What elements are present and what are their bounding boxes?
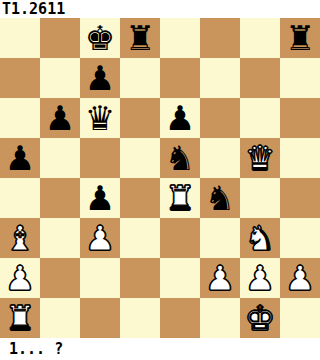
white-pawn: ♟ <box>205 258 235 298</box>
square-b1[interactable] <box>40 298 80 338</box>
black-pawn: ♟ <box>85 58 115 98</box>
square-g1[interactable]: ♚ <box>240 298 280 338</box>
square-g8[interactable] <box>240 18 280 58</box>
square-c1[interactable] <box>80 298 120 338</box>
square-g7[interactable] <box>240 58 280 98</box>
square-h1[interactable] <box>280 298 320 338</box>
black-knight: ♞ <box>165 138 195 178</box>
white-pawn: ♟ <box>5 258 35 298</box>
square-g2[interactable]: ♟ <box>240 258 280 298</box>
chess-puzzle-window: T1.2611 ♚♜♜♟♟♛♟♟♞♛♟♜♞♝♟♞♟♟♟♟♜♚ 1... ? <box>0 0 320 360</box>
square-h5[interactable] <box>280 138 320 178</box>
square-e1[interactable] <box>160 298 200 338</box>
square-a6[interactable] <box>0 98 40 138</box>
square-f2[interactable]: ♟ <box>200 258 240 298</box>
square-b2[interactable] <box>40 258 80 298</box>
square-a2[interactable]: ♟ <box>0 258 40 298</box>
square-b6[interactable]: ♟ <box>40 98 80 138</box>
square-a1[interactable]: ♜ <box>0 298 40 338</box>
square-h2[interactable]: ♟ <box>280 258 320 298</box>
white-king: ♚ <box>245 298 275 338</box>
square-g5[interactable]: ♛ <box>240 138 280 178</box>
black-rook: ♜ <box>125 18 155 58</box>
black-pawn: ♟ <box>45 98 75 138</box>
square-h3[interactable] <box>280 218 320 258</box>
white-rook: ♜ <box>165 178 195 218</box>
square-b8[interactable] <box>40 18 80 58</box>
white-queen: ♛ <box>245 138 275 178</box>
square-f7[interactable] <box>200 58 240 98</box>
square-f5[interactable] <box>200 138 240 178</box>
square-f8[interactable] <box>200 18 240 58</box>
square-h6[interactable] <box>280 98 320 138</box>
square-e7[interactable] <box>160 58 200 98</box>
square-e6[interactable]: ♟ <box>160 98 200 138</box>
square-g6[interactable] <box>240 98 280 138</box>
square-d6[interactable] <box>120 98 160 138</box>
white-pawn: ♟ <box>245 258 275 298</box>
black-pawn: ♟ <box>165 98 195 138</box>
square-d1[interactable] <box>120 298 160 338</box>
square-b3[interactable] <box>40 218 80 258</box>
square-e4[interactable]: ♜ <box>160 178 200 218</box>
white-pawn: ♟ <box>285 258 315 298</box>
square-d2[interactable] <box>120 258 160 298</box>
square-a5[interactable]: ♟ <box>0 138 40 178</box>
square-d7[interactable] <box>120 58 160 98</box>
square-e3[interactable] <box>160 218 200 258</box>
square-b4[interactable] <box>40 178 80 218</box>
square-f1[interactable] <box>200 298 240 338</box>
white-rook: ♜ <box>5 298 35 338</box>
square-f6[interactable] <box>200 98 240 138</box>
puzzle-title: T1.2611 <box>0 0 320 18</box>
square-a4[interactable] <box>0 178 40 218</box>
square-g4[interactable] <box>240 178 280 218</box>
square-c8[interactable]: ♚ <box>80 18 120 58</box>
square-h7[interactable] <box>280 58 320 98</box>
move-prompt: 1... ? <box>0 338 320 360</box>
square-c6[interactable]: ♛ <box>80 98 120 138</box>
black-pawn: ♟ <box>85 178 115 218</box>
square-b7[interactable] <box>40 58 80 98</box>
square-e2[interactable] <box>160 258 200 298</box>
square-c7[interactable]: ♟ <box>80 58 120 98</box>
square-d5[interactable] <box>120 138 160 178</box>
square-f4[interactable]: ♞ <box>200 178 240 218</box>
white-bishop: ♝ <box>5 218 35 258</box>
square-d8[interactable]: ♜ <box>120 18 160 58</box>
square-c4[interactable]: ♟ <box>80 178 120 218</box>
square-a7[interactable] <box>0 58 40 98</box>
square-a3[interactable]: ♝ <box>0 218 40 258</box>
square-h8[interactable]: ♜ <box>280 18 320 58</box>
square-e8[interactable] <box>160 18 200 58</box>
square-h4[interactable] <box>280 178 320 218</box>
chess-board: ♚♜♜♟♟♛♟♟♞♛♟♜♞♝♟♞♟♟♟♟♜♚ <box>0 18 320 338</box>
square-c3[interactable]: ♟ <box>80 218 120 258</box>
black-queen: ♛ <box>85 98 115 138</box>
white-knight: ♞ <box>245 218 275 258</box>
square-e5[interactable]: ♞ <box>160 138 200 178</box>
square-d4[interactable] <box>120 178 160 218</box>
square-c5[interactable] <box>80 138 120 178</box>
black-knight: ♞ <box>205 178 235 218</box>
square-a8[interactable] <box>0 18 40 58</box>
square-b5[interactable] <box>40 138 80 178</box>
black-pawn: ♟ <box>5 138 35 178</box>
white-pawn: ♟ <box>85 218 115 258</box>
square-f3[interactable] <box>200 218 240 258</box>
square-g3[interactable]: ♞ <box>240 218 280 258</box>
square-c2[interactable] <box>80 258 120 298</box>
black-rook: ♜ <box>285 18 315 58</box>
black-king: ♚ <box>85 18 115 58</box>
square-d3[interactable] <box>120 218 160 258</box>
